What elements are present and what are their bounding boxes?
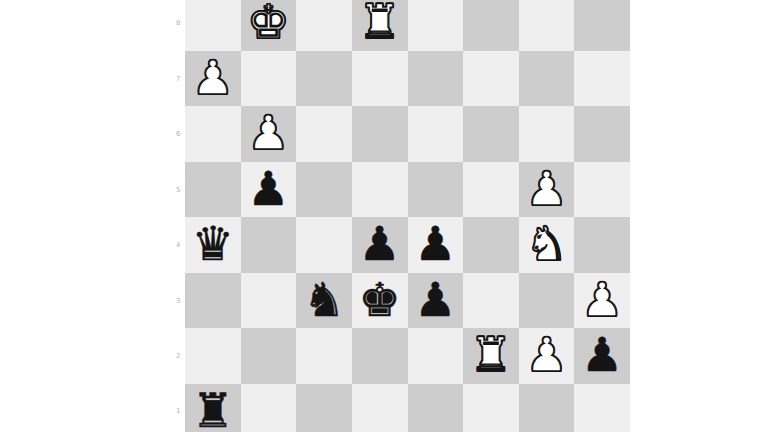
square-b8[interactable]: ♚ <box>241 0 297 51</box>
page: 8 7 6 5 4 3 2 1 ♚♜♟♟♟♟♛♟♟♞♞♚♟♟♜♟♟♜ <box>0 0 768 432</box>
square-g6[interactable] <box>519 106 575 162</box>
square-g7[interactable] <box>519 51 575 107</box>
square-d5[interactable] <box>352 162 408 218</box>
rank-label-8: 8 <box>176 19 185 27</box>
square-e5[interactable] <box>408 162 464 218</box>
square-a7[interactable]: ♟ <box>185 51 241 107</box>
square-f7[interactable] <box>463 51 519 107</box>
square-g3[interactable] <box>519 273 575 329</box>
square-a2[interactable] <box>185 328 241 384</box>
square-d6[interactable] <box>352 106 408 162</box>
square-d8[interactable]: ♜ <box>352 0 408 51</box>
square-h3[interactable]: ♟ <box>574 273 630 329</box>
square-f1[interactable] <box>463 384 519 432</box>
rank-label-6: 6 <box>176 130 185 138</box>
chess-board[interactable]: ♚♜♟♟♟♟♛♟♟♞♞♚♟♟♜♟♟♜ <box>185 0 630 432</box>
white-rook[interactable]: ♜ <box>470 331 512 378</box>
square-f5[interactable] <box>463 162 519 218</box>
square-h1[interactable] <box>574 384 630 432</box>
white-king[interactable]: ♚ <box>247 0 289 45</box>
square-b7[interactable] <box>241 51 297 107</box>
square-h4[interactable] <box>574 217 630 273</box>
square-d2[interactable] <box>352 328 408 384</box>
square-a1[interactable]: ♜ <box>185 384 241 432</box>
rank-label-5: 5 <box>176 186 185 194</box>
white-pawn[interactable]: ♟ <box>581 276 623 323</box>
rank-label-3: 3 <box>176 297 185 305</box>
square-g5[interactable]: ♟ <box>519 162 575 218</box>
square-c1[interactable] <box>296 384 352 432</box>
square-g4[interactable]: ♞ <box>519 217 575 273</box>
square-h5[interactable] <box>574 162 630 218</box>
white-pawn[interactable]: ♟ <box>525 165 567 212</box>
square-c8[interactable] <box>296 0 352 51</box>
square-f6[interactable] <box>463 106 519 162</box>
black-rook[interactable]: ♜ <box>192 387 234 432</box>
square-a3[interactable] <box>185 273 241 329</box>
black-pawn[interactable]: ♟ <box>414 276 456 323</box>
black-queen[interactable]: ♛ <box>192 220 234 267</box>
square-e6[interactable] <box>408 106 464 162</box>
square-e3[interactable]: ♟ <box>408 273 464 329</box>
square-e4[interactable]: ♟ <box>408 217 464 273</box>
rank-label-2: 2 <box>176 352 185 360</box>
white-pawn[interactable]: ♟ <box>247 109 289 156</box>
square-a4[interactable]: ♛ <box>185 217 241 273</box>
square-c3[interactable]: ♞ <box>296 273 352 329</box>
rank-label-4: 4 <box>176 241 185 249</box>
black-pawn[interactable]: ♟ <box>247 165 289 212</box>
square-c6[interactable] <box>296 106 352 162</box>
square-b4[interactable] <box>241 217 297 273</box>
square-h7[interactable] <box>574 51 630 107</box>
white-knight[interactable]: ♞ <box>525 220 567 267</box>
square-e7[interactable] <box>408 51 464 107</box>
square-g1[interactable] <box>519 384 575 432</box>
square-e1[interactable] <box>408 384 464 432</box>
white-rook[interactable]: ♜ <box>359 0 401 45</box>
square-d3[interactable]: ♚ <box>352 273 408 329</box>
square-d1[interactable] <box>352 384 408 432</box>
rank-label-1: 1 <box>176 407 185 415</box>
black-knight[interactable]: ♞ <box>303 276 345 323</box>
square-a6[interactable] <box>185 106 241 162</box>
black-pawn[interactable]: ♟ <box>414 220 456 267</box>
square-d4[interactable]: ♟ <box>352 217 408 273</box>
square-b3[interactable] <box>241 273 297 329</box>
square-e8[interactable] <box>408 0 464 51</box>
square-f2[interactable]: ♜ <box>463 328 519 384</box>
square-a5[interactable] <box>185 162 241 218</box>
square-c2[interactable] <box>296 328 352 384</box>
square-d7[interactable] <box>352 51 408 107</box>
square-f4[interactable] <box>463 217 519 273</box>
square-h2[interactable]: ♟ <box>574 328 630 384</box>
rank-label-7: 7 <box>176 75 185 83</box>
square-c4[interactable] <box>296 217 352 273</box>
square-g2[interactable]: ♟ <box>519 328 575 384</box>
white-pawn[interactable]: ♟ <box>525 331 567 378</box>
black-pawn[interactable]: ♟ <box>581 331 623 378</box>
square-c5[interactable] <box>296 162 352 218</box>
square-a8[interactable] <box>185 0 241 51</box>
square-b2[interactable] <box>241 328 297 384</box>
black-pawn[interactable]: ♟ <box>359 220 401 267</box>
square-f3[interactable] <box>463 273 519 329</box>
square-b6[interactable]: ♟ <box>241 106 297 162</box>
black-king[interactable]: ♚ <box>359 276 401 323</box>
square-c7[interactable] <box>296 51 352 107</box>
square-e2[interactable] <box>408 328 464 384</box>
square-b5[interactable]: ♟ <box>241 162 297 218</box>
square-h6[interactable] <box>574 106 630 162</box>
square-b1[interactable] <box>241 384 297 432</box>
square-f8[interactable] <box>463 0 519 51</box>
square-g8[interactable] <box>519 0 575 51</box>
white-pawn[interactable]: ♟ <box>192 54 234 101</box>
square-h8[interactable] <box>574 0 630 51</box>
